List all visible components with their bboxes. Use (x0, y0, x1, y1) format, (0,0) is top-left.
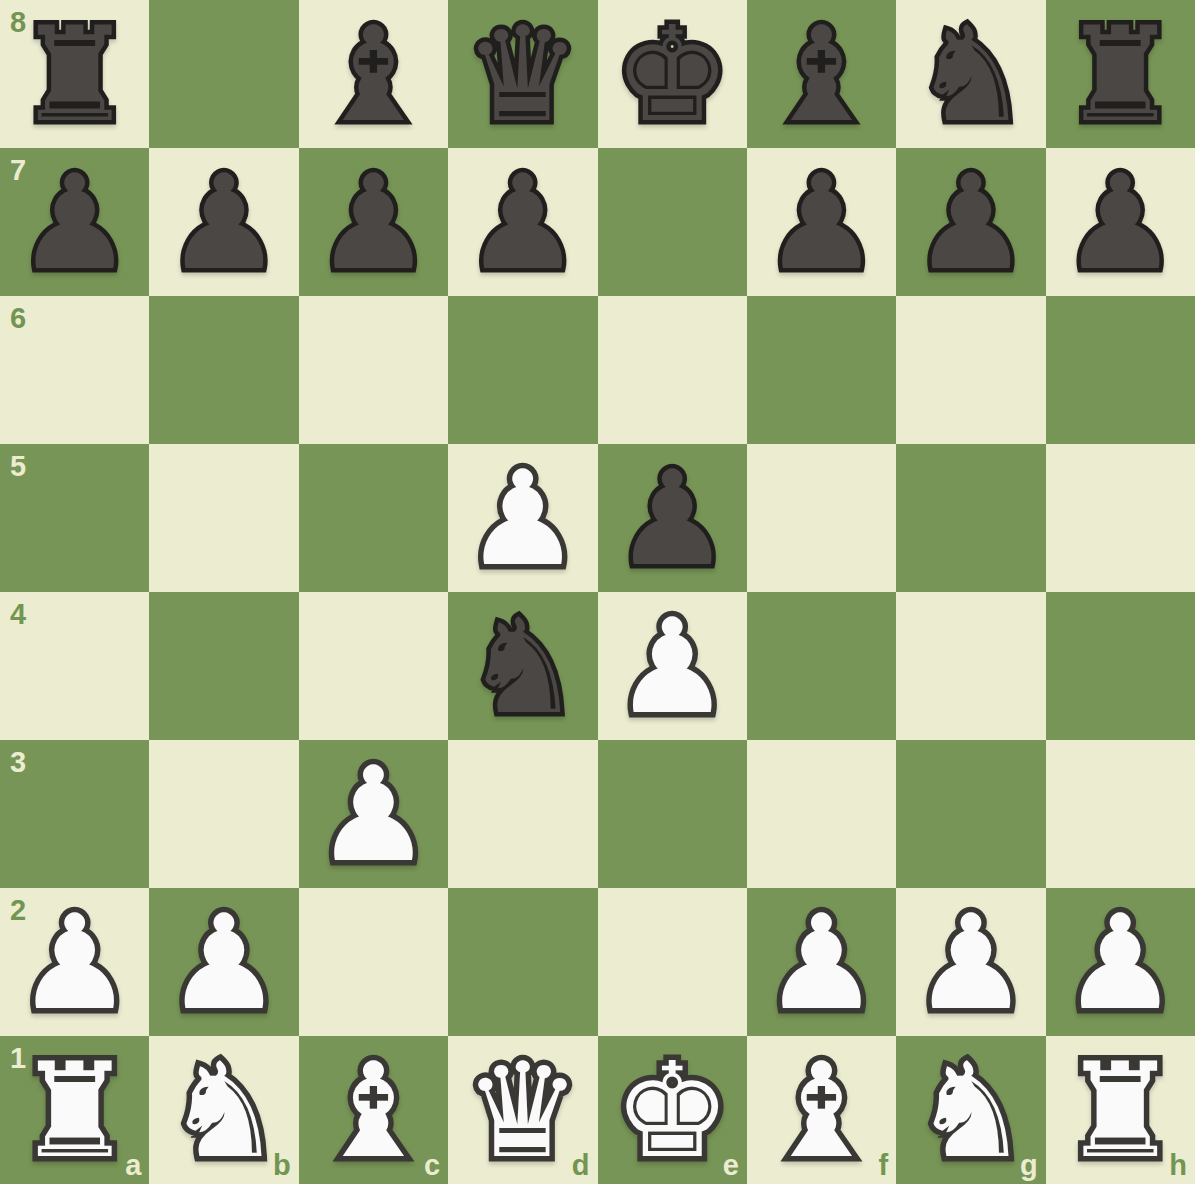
square-f1[interactable]: f (747, 1036, 896, 1184)
black-queen[interactable] (464, 9, 581, 140)
square-g7[interactable] (896, 148, 1045, 296)
square-g8[interactable] (896, 0, 1045, 148)
square-h2[interactable] (1046, 888, 1195, 1036)
square-b5[interactable] (149, 444, 298, 592)
white-bishop[interactable] (315, 1045, 432, 1176)
square-a2[interactable]: 2 (0, 888, 149, 1036)
square-d8[interactable] (448, 0, 597, 148)
chess-board: 87654321abcdefgh (0, 0, 1195, 1184)
square-d7[interactable] (448, 148, 597, 296)
white-knight[interactable] (912, 1045, 1029, 1176)
square-c8[interactable] (299, 0, 448, 148)
square-c6[interactable] (299, 296, 448, 444)
white-knight[interactable] (165, 1045, 282, 1176)
white-king[interactable] (613, 1045, 730, 1176)
black-pawn[interactable] (1062, 157, 1179, 288)
black-rook[interactable] (16, 9, 133, 140)
square-h7[interactable] (1046, 148, 1195, 296)
rank-label-3: 3 (10, 748, 26, 777)
square-d5[interactable] (448, 444, 597, 592)
black-bishop[interactable] (763, 9, 880, 140)
rank-label-4: 4 (10, 600, 26, 629)
square-g4[interactable] (896, 592, 1045, 740)
white-pawn[interactable] (16, 897, 133, 1028)
white-pawn[interactable] (165, 897, 282, 1028)
square-a3[interactable]: 3 (0, 740, 149, 888)
rank-label-5: 5 (10, 452, 26, 481)
white-pawn[interactable] (315, 749, 432, 880)
square-h3[interactable] (1046, 740, 1195, 888)
square-e5[interactable] (598, 444, 747, 592)
square-f5[interactable] (747, 444, 896, 592)
square-g5[interactable] (896, 444, 1045, 592)
square-d2[interactable] (448, 888, 597, 1036)
black-pawn[interactable] (613, 453, 730, 584)
square-c1[interactable]: c (299, 1036, 448, 1184)
square-a5[interactable]: 5 (0, 444, 149, 592)
square-d1[interactable]: d (448, 1036, 597, 1184)
square-c3[interactable] (299, 740, 448, 888)
black-king[interactable] (613, 9, 730, 140)
square-f2[interactable] (747, 888, 896, 1036)
square-a7[interactable]: 7 (0, 148, 149, 296)
white-queen[interactable] (464, 1045, 581, 1176)
square-f3[interactable] (747, 740, 896, 888)
white-pawn[interactable] (464, 453, 581, 584)
square-g6[interactable] (896, 296, 1045, 444)
square-e2[interactable] (598, 888, 747, 1036)
square-a1[interactable]: 1a (0, 1036, 149, 1184)
square-a6[interactable]: 6 (0, 296, 149, 444)
square-c4[interactable] (299, 592, 448, 740)
square-b2[interactable] (149, 888, 298, 1036)
square-h1[interactable]: h (1046, 1036, 1195, 1184)
white-bishop[interactable] (763, 1045, 880, 1176)
square-b1[interactable]: b (149, 1036, 298, 1184)
square-e7[interactable] (598, 148, 747, 296)
white-rook[interactable] (16, 1045, 133, 1176)
black-knight[interactable] (464, 601, 581, 732)
square-e4[interactable] (598, 592, 747, 740)
square-d6[interactable] (448, 296, 597, 444)
square-c5[interactable] (299, 444, 448, 592)
square-g1[interactable]: g (896, 1036, 1045, 1184)
black-bishop[interactable] (315, 9, 432, 140)
black-knight[interactable] (912, 9, 1029, 140)
white-pawn[interactable] (613, 601, 730, 732)
white-pawn[interactable] (763, 897, 880, 1028)
white-pawn[interactable] (1062, 897, 1179, 1028)
black-pawn[interactable] (165, 157, 282, 288)
square-e6[interactable] (598, 296, 747, 444)
square-f7[interactable] (747, 148, 896, 296)
square-e3[interactable] (598, 740, 747, 888)
square-g2[interactable] (896, 888, 1045, 1036)
square-h5[interactable] (1046, 444, 1195, 592)
black-pawn[interactable] (315, 157, 432, 288)
square-g3[interactable] (896, 740, 1045, 888)
square-c7[interactable] (299, 148, 448, 296)
black-pawn[interactable] (16, 157, 133, 288)
square-f6[interactable] (747, 296, 896, 444)
square-h6[interactable] (1046, 296, 1195, 444)
square-b4[interactable] (149, 592, 298, 740)
white-pawn[interactable] (912, 897, 1029, 1028)
square-d3[interactable] (448, 740, 597, 888)
square-b7[interactable] (149, 148, 298, 296)
black-pawn[interactable] (763, 157, 880, 288)
square-b6[interactable] (149, 296, 298, 444)
black-rook[interactable] (1062, 9, 1179, 140)
black-pawn[interactable] (464, 157, 581, 288)
square-a4[interactable]: 4 (0, 592, 149, 740)
square-f4[interactable] (747, 592, 896, 740)
square-b3[interactable] (149, 740, 298, 888)
square-e1[interactable]: e (598, 1036, 747, 1184)
square-h8[interactable] (1046, 0, 1195, 148)
rank-label-6: 6 (10, 304, 26, 333)
square-a8[interactable]: 8 (0, 0, 149, 148)
square-b8[interactable] (149, 0, 298, 148)
white-rook[interactable] (1062, 1045, 1179, 1176)
square-e8[interactable] (598, 0, 747, 148)
square-c2[interactable] (299, 888, 448, 1036)
square-h4[interactable] (1046, 592, 1195, 740)
square-d4[interactable] (448, 592, 597, 740)
square-f8[interactable] (747, 0, 896, 148)
black-pawn[interactable] (912, 157, 1029, 288)
